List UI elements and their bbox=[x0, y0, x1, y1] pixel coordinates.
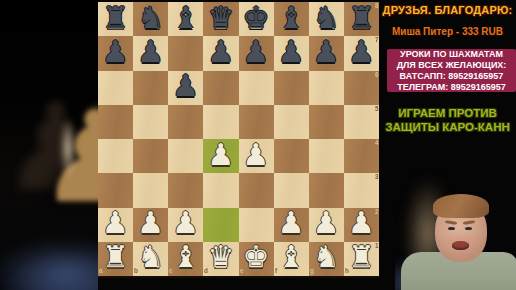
lessons-box: УРОКИ ПО ШАХМАТАМ ДЛЯ ВСЕХ ЖЕЛАЮЩИХ: ВАТ… bbox=[387, 49, 516, 92]
rank-label-2: 2 bbox=[374, 209, 378, 215]
file-label-g: g bbox=[310, 269, 314, 275]
square-g8[interactable]: ♞ bbox=[309, 2, 344, 36]
square-a6[interactable] bbox=[98, 71, 133, 105]
rank-label-8: 8 bbox=[374, 3, 378, 9]
streamer-mouth bbox=[452, 241, 469, 250]
square-e6[interactable] bbox=[239, 71, 274, 105]
square-d4[interactable]: ♟ bbox=[203, 139, 238, 173]
file-label-h: h bbox=[345, 269, 349, 275]
square-e3[interactable] bbox=[239, 173, 274, 207]
square-e2[interactable] bbox=[239, 208, 274, 242]
streamer-eye bbox=[448, 227, 455, 231]
square-f8[interactable]: ♝ bbox=[274, 2, 309, 36]
white-pawn[interactable]: ♟ bbox=[313, 208, 340, 238]
file-label-b: b bbox=[134, 269, 138, 275]
square-a2[interactable]: ♟ bbox=[98, 208, 133, 242]
black-bishop[interactable]: ♝ bbox=[278, 3, 305, 33]
white-bishop[interactable]: ♝ bbox=[172, 242, 199, 272]
streamer-hair bbox=[433, 194, 489, 218]
square-h4[interactable]: 4 bbox=[344, 139, 379, 173]
rank-label-6: 6 bbox=[374, 72, 378, 78]
white-rook[interactable]: ♜ bbox=[348, 242, 375, 272]
rank-label-1: 1 bbox=[374, 243, 378, 249]
file-label-f: f bbox=[275, 269, 277, 275]
square-c4[interactable] bbox=[168, 139, 203, 173]
square-a4[interactable] bbox=[98, 139, 133, 173]
square-e4[interactable]: ♟ bbox=[239, 139, 274, 173]
square-f5[interactable] bbox=[274, 105, 309, 139]
white-knight[interactable]: ♞ bbox=[313, 242, 340, 272]
stream-overlay-panel: ДРУЗЬЯ. БЛАГОДАРЮ: Миша Питер - 333 RUB … bbox=[379, 0, 516, 290]
square-f7[interactable]: ♟ bbox=[274, 36, 309, 70]
square-b8[interactable]: ♞ bbox=[133, 2, 168, 36]
white-pawn[interactable]: ♟ bbox=[172, 208, 199, 238]
black-rook[interactable]: ♜ bbox=[102, 3, 129, 33]
topic-line-2: ЗАЩИТЫ КАРО-КАНН bbox=[379, 120, 516, 134]
white-pawn[interactable]: ♟ bbox=[278, 208, 305, 238]
file-label-e: e bbox=[240, 269, 244, 275]
square-e7[interactable]: ♟ bbox=[239, 36, 274, 70]
decorative-pieces-photo: ♟ ♟ bbox=[0, 0, 98, 290]
file-label-d: d bbox=[204, 269, 208, 275]
black-king[interactable]: ♚ bbox=[243, 3, 270, 33]
black-knight[interactable]: ♞ bbox=[137, 3, 164, 33]
square-h7[interactable]: ♟7 bbox=[344, 36, 379, 70]
square-g3[interactable] bbox=[309, 173, 344, 207]
black-pawn[interactable]: ♟ bbox=[102, 37, 129, 67]
square-b3[interactable] bbox=[133, 173, 168, 207]
black-bishop[interactable]: ♝ bbox=[172, 3, 199, 33]
thanks-title: ДРУЗЬЯ. БЛАГОДАРЮ: bbox=[379, 4, 516, 16]
black-pawn[interactable]: ♟ bbox=[348, 37, 375, 67]
square-d7[interactable]: ♟ bbox=[203, 36, 238, 70]
square-a8[interactable]: ♜ bbox=[98, 2, 133, 36]
webcam-overlay bbox=[395, 148, 516, 290]
square-h5[interactable]: 5 bbox=[344, 105, 379, 139]
square-g6[interactable] bbox=[309, 71, 344, 105]
square-b6[interactable] bbox=[133, 71, 168, 105]
lessons-whatsapp: ВАТСАПП: 89529165957 bbox=[387, 71, 516, 81]
rank-label-7: 7 bbox=[374, 37, 378, 43]
square-c3[interactable] bbox=[168, 173, 203, 207]
square-g1[interactable]: ♞g bbox=[309, 242, 344, 276]
file-label-a: a bbox=[99, 269, 103, 275]
square-d5[interactable] bbox=[203, 105, 238, 139]
square-a5[interactable] bbox=[98, 105, 133, 139]
black-pawn[interactable]: ♟ bbox=[172, 71, 199, 101]
square-c6[interactable]: ♟ bbox=[168, 71, 203, 105]
file-label-c: c bbox=[169, 269, 173, 275]
lessons-line-2: ДЛЯ ВСЕХ ЖЕЛАЮЩИХ: bbox=[387, 60, 516, 70]
white-knight[interactable]: ♞ bbox=[137, 242, 164, 272]
square-d8[interactable]: ♛ bbox=[203, 2, 238, 36]
black-rook[interactable]: ♜ bbox=[348, 3, 375, 33]
square-h3[interactable]: 3 bbox=[344, 173, 379, 207]
white-king[interactable]: ♚ bbox=[243, 242, 270, 272]
topic-text: ИГРАЕМ ПРОТИВ ЗАЩИТЫ КАРО-КАНН bbox=[379, 106, 516, 134]
white-queen[interactable]: ♛ bbox=[207, 242, 234, 272]
white-pawn[interactable]: ♟ bbox=[102, 208, 129, 238]
square-e8[interactable]: ♚ bbox=[239, 2, 274, 36]
rank-label-5: 5 bbox=[374, 106, 378, 112]
donation-line: Миша Питер - 333 RUB bbox=[379, 26, 516, 37]
square-d1[interactable]: ♛d bbox=[203, 242, 238, 276]
square-c5[interactable] bbox=[168, 105, 203, 139]
square-b4[interactable] bbox=[133, 139, 168, 173]
square-h2[interactable]: ♟2 bbox=[344, 208, 379, 242]
square-a1[interactable]: ♜a bbox=[98, 242, 133, 276]
square-b5[interactable] bbox=[133, 105, 168, 139]
square-b2[interactable]: ♟ bbox=[133, 208, 168, 242]
square-c2[interactable]: ♟ bbox=[168, 208, 203, 242]
square-d2[interactable] bbox=[203, 208, 238, 242]
square-f1[interactable]: ♝f bbox=[274, 242, 309, 276]
blue-reflection bbox=[0, 238, 98, 290]
streamer-eye bbox=[465, 227, 472, 231]
square-e1[interactable]: ♚e bbox=[239, 242, 274, 276]
square-f2[interactable]: ♟ bbox=[274, 208, 309, 242]
pawn-highlight bbox=[60, 118, 76, 178]
square-d6[interactable] bbox=[203, 71, 238, 105]
square-h6[interactable]: 6 bbox=[344, 71, 379, 105]
square-g4[interactable] bbox=[309, 139, 344, 173]
black-pawn[interactable]: ♟ bbox=[243, 37, 270, 67]
white-pawn[interactable]: ♟ bbox=[243, 140, 270, 170]
square-f3[interactable] bbox=[274, 173, 309, 207]
lessons-line-1: УРОКИ ПО ШАХМАТАМ bbox=[387, 49, 516, 59]
square-e5[interactable] bbox=[239, 105, 274, 139]
lessons-telegram: ТЕЛЕГРАМ: 89529165957 bbox=[387, 82, 516, 92]
video-frame: ♟ ♟ ♜♞♝♛♚♝♞♜8♟♟♟♟♟♟♟7♟65♟♟43♟♟♟♟♟♟2♜a♞b♝… bbox=[0, 0, 516, 290]
square-c1[interactable]: ♝c bbox=[168, 242, 203, 276]
square-h8[interactable]: ♜8 bbox=[344, 2, 379, 36]
square-c8[interactable]: ♝ bbox=[168, 2, 203, 36]
square-g2[interactable]: ♟ bbox=[309, 208, 344, 242]
square-b7[interactable]: ♟ bbox=[133, 36, 168, 70]
square-h1[interactable]: ♜h1 bbox=[344, 242, 379, 276]
square-g7[interactable]: ♟ bbox=[309, 36, 344, 70]
square-f6[interactable] bbox=[274, 71, 309, 105]
black-pawn[interactable]: ♟ bbox=[207, 37, 234, 67]
white-bishop[interactable]: ♝ bbox=[278, 242, 305, 272]
black-pawn[interactable]: ♟ bbox=[313, 37, 340, 67]
square-c7[interactable] bbox=[168, 36, 203, 70]
black-pawn[interactable]: ♟ bbox=[137, 37, 164, 67]
white-pawn[interactable]: ♟ bbox=[207, 140, 234, 170]
white-pawn[interactable]: ♟ bbox=[137, 208, 164, 238]
black-pawn[interactable]: ♟ bbox=[278, 37, 305, 67]
square-d3[interactable] bbox=[203, 173, 238, 207]
white-rook[interactable]: ♜ bbox=[102, 242, 129, 272]
square-g5[interactable] bbox=[309, 105, 344, 139]
square-a7[interactable]: ♟ bbox=[98, 36, 133, 70]
square-a3[interactable] bbox=[98, 173, 133, 207]
white-pawn[interactable]: ♟ bbox=[348, 208, 375, 238]
square-f4[interactable] bbox=[274, 139, 309, 173]
black-knight[interactable]: ♞ bbox=[313, 3, 340, 33]
topic-line-1: ИГРАЕМ ПРОТИВ bbox=[379, 106, 516, 120]
rank-label-3: 3 bbox=[374, 174, 378, 180]
black-queen[interactable]: ♛ bbox=[207, 3, 234, 33]
rank-label-4: 4 bbox=[374, 140, 378, 146]
square-b1[interactable]: ♞b bbox=[133, 242, 168, 276]
chess-board[interactable]: ♜♞♝♛♚♝♞♜8♟♟♟♟♟♟♟7♟65♟♟43♟♟♟♟♟♟2♜a♞b♝c♛d♚… bbox=[98, 2, 379, 278]
